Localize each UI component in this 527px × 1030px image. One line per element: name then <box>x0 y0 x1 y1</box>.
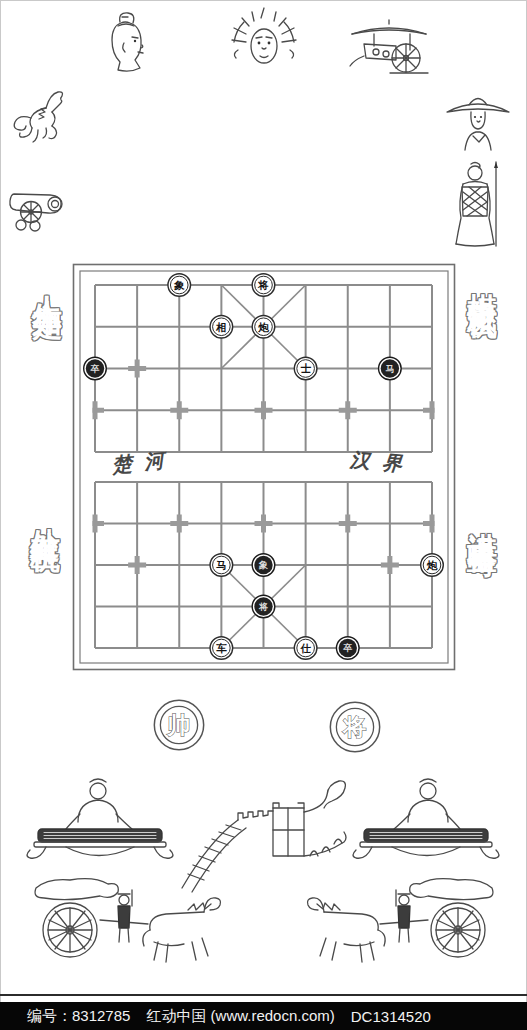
svg-text:将: 将 <box>258 602 268 612</box>
poster-bottom-rule <box>0 994 527 996</box>
svg-text:马: 马 <box>385 364 394 374</box>
cannon-icon <box>4 180 68 232</box>
svg-text:车: 车 <box>216 642 227 654</box>
straw-hat-soldier-icon <box>443 88 515 154</box>
svg-text:仕: 仕 <box>299 642 311 654</box>
svg-text:士: 士 <box>300 362 311 374</box>
armored-warrior-icon <box>447 160 503 248</box>
svg-text:卒: 卒 <box>342 643 352 653</box>
piece-r8c4-dark: 将 <box>252 595 275 618</box>
verse-top-right: 棋中藏玄机 <box>461 269 502 289</box>
svg-text:炮: 炮 <box>257 321 269 333</box>
piece-r9c6-dark: 卒 <box>336 637 359 660</box>
medallion-shuai: 帅 <box>152 698 206 752</box>
piece-r1c3-light: 相 <box>210 315 233 338</box>
qin-musician-right-icon <box>348 772 506 874</box>
poster: 人生亦如是 棋中藏玄机 处处有生机 进退暗显奇 象将相炮士卒马马象炮将车仕卒 楚… <box>0 0 527 1030</box>
stock-code: DC1314520 <box>351 1008 431 1025</box>
medallion-shuai-glyph: 帅 <box>166 712 190 738</box>
piece-r2c0-dark: 卒 <box>84 357 107 380</box>
war-chariot-icon <box>346 16 432 78</box>
svg-text:炮: 炮 <box>426 559 438 571</box>
svg-text:马: 马 <box>216 559 227 571</box>
piece-r9c5-light: 仕 <box>294 637 317 660</box>
horse-chariot-right-icon <box>288 872 520 969</box>
svg-text:将: 将 <box>257 279 269 291</box>
svg-text:相: 相 <box>215 321 227 333</box>
piece-r2c7-dark: 马 <box>379 357 402 380</box>
verse-bottom-right: 进退暗显奇 <box>461 508 502 528</box>
piece-r7c3-light: 马 <box>210 554 233 577</box>
watermark-bar: 编号：8312785 红动中国 (www.redocn.com) DC13145… <box>0 1002 527 1030</box>
piece-r7c4-dark: 象 <box>252 554 275 577</box>
verse-bottom-left: 处处有生机 <box>24 503 65 523</box>
qin-musician-left-icon <box>20 772 178 874</box>
piece-r2c5-light: 士 <box>294 357 317 380</box>
svg-text:象: 象 <box>173 279 185 291</box>
image-id: 编号：8312785 <box>27 1007 130 1026</box>
river-label-han: 汉界 <box>349 446 415 478</box>
verse-top-left: 人生亦如是 <box>26 271 67 291</box>
brand-name: 红动中国 (www.redocn.com) <box>146 1007 334 1026</box>
medallion-jiang-glyph: 将 <box>341 714 366 740</box>
warrior-head-icon <box>90 10 162 78</box>
piece-r0c2-light: 象 <box>168 274 191 297</box>
horse-chariot-left-icon <box>8 872 240 969</box>
svg-text:卒: 卒 <box>90 364 100 374</box>
medallion-jiang: 将 <box>328 700 382 754</box>
piece-r7c8-light: 炮 <box>421 554 444 577</box>
piece-r1c4-light: 炮 <box>252 315 275 338</box>
piece-r9c3-light: 车 <box>210 637 233 660</box>
guardian-face-icon <box>222 6 307 72</box>
piece-r0c4-light: 将 <box>252 274 275 297</box>
rearing-horse-icon <box>6 86 68 144</box>
svg-text:象: 象 <box>258 560 268 570</box>
